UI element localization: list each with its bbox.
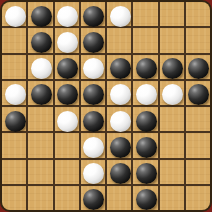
black-disc bbox=[31, 84, 52, 105]
black-disc bbox=[83, 84, 104, 105]
board-cell-r5c6[interactable] bbox=[160, 133, 184, 157]
board-cell-r0c5[interactable] bbox=[133, 2, 157, 26]
board-cell-r4c5[interactable] bbox=[133, 107, 157, 131]
board-cell-r5c3[interactable] bbox=[81, 133, 105, 157]
board-cell-r7c3[interactable] bbox=[81, 186, 105, 210]
black-disc bbox=[162, 58, 183, 79]
othello-board bbox=[0, 0, 212, 212]
white-disc bbox=[5, 6, 26, 27]
board-cell-r3c4[interactable] bbox=[107, 81, 131, 105]
black-disc bbox=[110, 58, 131, 79]
white-disc bbox=[31, 58, 52, 79]
white-disc bbox=[57, 6, 78, 27]
black-disc bbox=[83, 189, 104, 210]
board-cell-r5c0[interactable] bbox=[2, 133, 26, 157]
board-cell-r6c6[interactable] bbox=[160, 160, 184, 184]
board-cell-r2c7[interactable] bbox=[186, 55, 210, 79]
board-cell-r2c0[interactable] bbox=[2, 55, 26, 79]
board-cell-r1c2[interactable] bbox=[55, 28, 79, 52]
board-cell-r7c1[interactable] bbox=[28, 186, 52, 210]
board-cell-r5c7[interactable] bbox=[186, 133, 210, 157]
white-disc bbox=[136, 84, 157, 105]
black-disc bbox=[136, 111, 157, 132]
board-cell-r3c7[interactable] bbox=[186, 81, 210, 105]
black-disc bbox=[110, 137, 131, 158]
board-cell-r4c6[interactable] bbox=[160, 107, 184, 131]
black-disc bbox=[136, 163, 157, 184]
black-disc bbox=[110, 163, 131, 184]
white-disc bbox=[110, 6, 131, 27]
black-disc bbox=[83, 6, 104, 27]
board-cell-r0c7[interactable] bbox=[186, 2, 210, 26]
black-disc bbox=[188, 84, 209, 105]
white-disc bbox=[83, 58, 104, 79]
black-disc bbox=[31, 32, 52, 53]
board-cell-r5c1[interactable] bbox=[28, 133, 52, 157]
board-cell-r7c6[interactable] bbox=[160, 186, 184, 210]
board-cell-r7c5[interactable] bbox=[133, 186, 157, 210]
board-cell-r7c7[interactable] bbox=[186, 186, 210, 210]
white-disc bbox=[57, 32, 78, 53]
board-cell-r6c4[interactable] bbox=[107, 160, 131, 184]
board-cell-r4c1[interactable] bbox=[28, 107, 52, 131]
board-cell-r2c1[interactable] bbox=[28, 55, 52, 79]
board-cell-r1c1[interactable] bbox=[28, 28, 52, 52]
board-cell-r1c4[interactable] bbox=[107, 28, 131, 52]
black-disc bbox=[136, 58, 157, 79]
black-disc bbox=[136, 189, 157, 210]
black-disc bbox=[83, 32, 104, 53]
board-cell-r0c6[interactable] bbox=[160, 2, 184, 26]
board-cell-r1c3[interactable] bbox=[81, 28, 105, 52]
board-cell-r3c1[interactable] bbox=[28, 81, 52, 105]
board-cell-r3c5[interactable] bbox=[133, 81, 157, 105]
white-disc bbox=[162, 84, 183, 105]
board-cell-r5c4[interactable] bbox=[107, 133, 131, 157]
board-cell-r3c2[interactable] bbox=[55, 81, 79, 105]
board-cell-r1c6[interactable] bbox=[160, 28, 184, 52]
board-cell-r3c3[interactable] bbox=[81, 81, 105, 105]
board-cell-r6c1[interactable] bbox=[28, 160, 52, 184]
white-disc bbox=[110, 111, 131, 132]
board-cell-r4c3[interactable] bbox=[81, 107, 105, 131]
board-cell-r7c0[interactable] bbox=[2, 186, 26, 210]
board-cell-r0c0[interactable] bbox=[2, 2, 26, 26]
board-cell-r5c5[interactable] bbox=[133, 133, 157, 157]
board-cell-r6c2[interactable] bbox=[55, 160, 79, 184]
board-cell-r2c2[interactable] bbox=[55, 55, 79, 79]
board-cell-r1c5[interactable] bbox=[133, 28, 157, 52]
black-disc bbox=[188, 58, 209, 79]
board-cell-r2c4[interactable] bbox=[107, 55, 131, 79]
board-cell-r2c3[interactable] bbox=[81, 55, 105, 79]
white-disc bbox=[5, 84, 26, 105]
board-cell-r6c7[interactable] bbox=[186, 160, 210, 184]
othello-board-area bbox=[0, 0, 212, 212]
black-disc bbox=[57, 58, 78, 79]
board-cell-r2c5[interactable] bbox=[133, 55, 157, 79]
black-disc bbox=[5, 111, 26, 132]
board-cell-r2c6[interactable] bbox=[160, 55, 184, 79]
board-cell-r4c2[interactable] bbox=[55, 107, 79, 131]
board-cell-r6c3[interactable] bbox=[81, 160, 105, 184]
board-cell-r4c4[interactable] bbox=[107, 107, 131, 131]
black-disc bbox=[136, 137, 157, 158]
board-cell-r4c7[interactable] bbox=[186, 107, 210, 131]
white-disc bbox=[83, 163, 104, 184]
black-disc bbox=[31, 6, 52, 27]
board-cell-r0c4[interactable] bbox=[107, 2, 131, 26]
board-cell-r3c0[interactable] bbox=[2, 81, 26, 105]
black-disc bbox=[57, 84, 78, 105]
white-disc bbox=[83, 137, 104, 158]
board-cell-r6c0[interactable] bbox=[2, 160, 26, 184]
black-disc bbox=[83, 111, 104, 132]
board-cell-r4c0[interactable] bbox=[2, 107, 26, 131]
board-cell-r7c2[interactable] bbox=[55, 186, 79, 210]
board-cell-r3c6[interactable] bbox=[160, 81, 184, 105]
board-cell-r7c4[interactable] bbox=[107, 186, 131, 210]
white-disc bbox=[57, 111, 78, 132]
board-cell-r0c2[interactable] bbox=[55, 2, 79, 26]
board-cell-r1c7[interactable] bbox=[186, 28, 210, 52]
board-cell-r5c2[interactable] bbox=[55, 133, 79, 157]
board-cell-r1c0[interactable] bbox=[2, 28, 26, 52]
board-cell-r0c3[interactable] bbox=[81, 2, 105, 26]
board-cell-r6c5[interactable] bbox=[133, 160, 157, 184]
white-disc bbox=[110, 84, 131, 105]
board-cell-r0c1[interactable] bbox=[28, 2, 52, 26]
